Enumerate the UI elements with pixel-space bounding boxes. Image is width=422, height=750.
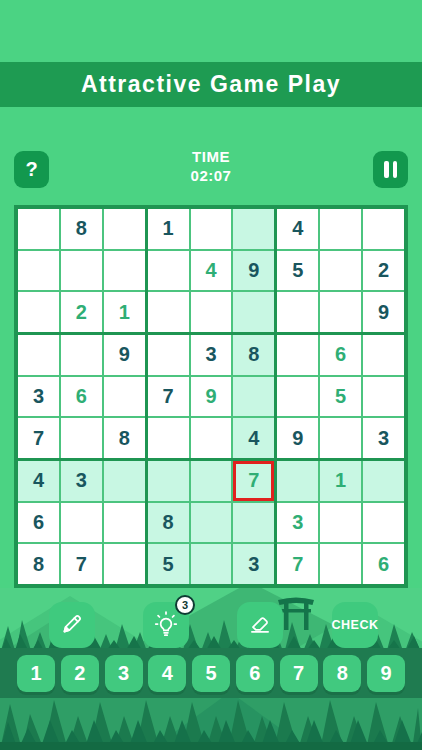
cell-r8c7[interactable]: 3	[277, 503, 318, 543]
cell-r7c8[interactable]: 1	[320, 461, 361, 501]
cell-r3c4[interactable]	[148, 292, 189, 332]
pause-icon	[384, 161, 397, 178]
cell-r5c9[interactable]	[363, 377, 404, 417]
cell-r5c4[interactable]: 7	[148, 377, 189, 417]
cell-r9c9[interactable]: 6	[363, 544, 404, 584]
timer: TIME 02:07	[0, 148, 422, 186]
hint-count-badge: 3	[175, 595, 195, 615]
box-7: 43687	[18, 461, 145, 584]
cell-r5c5[interactable]: 9	[191, 377, 232, 417]
cell-r3c2[interactable]: 2	[61, 292, 102, 332]
numpad-key-7[interactable]: 7	[280, 655, 318, 692]
cell-r3c8[interactable]	[320, 292, 361, 332]
cell-r7c6[interactable]: 7	[233, 461, 274, 501]
cell-r4c4[interactable]	[148, 335, 189, 375]
box-1: 821	[18, 209, 145, 332]
cell-r6c3[interactable]: 8	[104, 418, 145, 458]
eraser-button[interactable]	[237, 602, 283, 648]
cell-r1c8[interactable]	[320, 209, 361, 249]
app-screen: Attractive Game Play ? TIME 02:07 821149…	[0, 0, 422, 750]
time-value: 02:07	[0, 167, 422, 186]
box-2: 149	[148, 209, 275, 332]
cell-r7c4[interactable]	[148, 461, 189, 501]
cell-r5c2[interactable]: 6	[61, 377, 102, 417]
cell-r2c6[interactable]: 9	[233, 251, 274, 291]
cell-r3c5[interactable]	[191, 292, 232, 332]
promo-banner: Attractive Game Play	[0, 62, 422, 107]
cell-r7c1[interactable]: 4	[18, 461, 59, 501]
pencil-icon	[59, 611, 85, 640]
time-label: TIME	[0, 148, 422, 167]
cell-r8c3[interactable]	[104, 503, 145, 543]
box-6: 6593	[277, 335, 404, 458]
cell-r3c3[interactable]: 1	[104, 292, 145, 332]
numpad: 123456789	[17, 655, 405, 692]
cell-r1c1[interactable]	[18, 209, 59, 249]
numpad-key-9[interactable]: 9	[367, 655, 405, 692]
cell-r6c1[interactable]: 7	[18, 418, 59, 458]
cell-r1c4[interactable]: 1	[148, 209, 189, 249]
box-5: 38794	[148, 335, 275, 458]
box-4: 93678	[18, 335, 145, 458]
cell-r5c1[interactable]: 3	[18, 377, 59, 417]
cell-r6c6[interactable]: 4	[233, 418, 274, 458]
cell-r4c2[interactable]	[61, 335, 102, 375]
cell-r5c3[interactable]	[104, 377, 145, 417]
cell-r2c1[interactable]	[18, 251, 59, 291]
cell-r1c6[interactable]	[233, 209, 274, 249]
hint-button[interactable]: 3	[143, 602, 189, 648]
cell-r6c8[interactable]	[320, 418, 361, 458]
cell-r5c8[interactable]: 5	[320, 377, 361, 417]
cell-r6c7[interactable]: 9	[277, 418, 318, 458]
cell-r2c9[interactable]: 2	[363, 251, 404, 291]
cell-r4c1[interactable]	[18, 335, 59, 375]
cell-r3c7[interactable]	[277, 292, 318, 332]
cell-r4c9[interactable]	[363, 335, 404, 375]
cell-r2c7[interactable]: 5	[277, 251, 318, 291]
cell-r1c3[interactable]	[104, 209, 145, 249]
cell-r7c3[interactable]	[104, 461, 145, 501]
cell-r2c5[interactable]: 4	[191, 251, 232, 291]
cell-r2c3[interactable]	[104, 251, 145, 291]
cell-r8c1[interactable]: 6	[18, 503, 59, 543]
box-3: 4529	[277, 209, 404, 332]
cell-r4c5[interactable]: 3	[191, 335, 232, 375]
cell-r5c6[interactable]	[233, 377, 274, 417]
box-8: 7853	[148, 461, 275, 584]
cell-r6c9[interactable]: 3	[363, 418, 404, 458]
cell-r2c4[interactable]	[148, 251, 189, 291]
cell-r6c4[interactable]	[148, 418, 189, 458]
cell-r4c8[interactable]: 6	[320, 335, 361, 375]
numpad-key-5[interactable]: 5	[192, 655, 230, 692]
cell-r9c8[interactable]	[320, 544, 361, 584]
cell-r1c2[interactable]: 8	[61, 209, 102, 249]
toolbar: 3 CHECK	[0, 602, 422, 648]
cell-r8c4[interactable]: 8	[148, 503, 189, 543]
eraser-icon	[247, 611, 273, 640]
cell-r8c2[interactable]	[61, 503, 102, 543]
cell-r8c8[interactable]	[320, 503, 361, 543]
cell-r1c9[interactable]	[363, 209, 404, 249]
cell-r9c5[interactable]	[191, 544, 232, 584]
check-button[interactable]: CHECK	[332, 602, 378, 648]
cell-r3c6[interactable]	[233, 292, 274, 332]
numpad-key-8[interactable]: 8	[323, 655, 361, 692]
cell-r3c9[interactable]: 9	[363, 292, 404, 332]
cell-r8c6[interactable]	[233, 503, 274, 543]
numpad-key-4[interactable]: 4	[148, 655, 186, 692]
cell-r2c2[interactable]	[61, 251, 102, 291]
numpad-key-3[interactable]: 3	[105, 655, 143, 692]
cell-r1c5[interactable]	[191, 209, 232, 249]
cell-r2c8[interactable]	[320, 251, 361, 291]
cell-r3c1[interactable]	[18, 292, 59, 332]
cell-r6c5[interactable]	[191, 418, 232, 458]
cell-r7c9[interactable]	[363, 461, 404, 501]
cell-r9c6[interactable]: 3	[233, 544, 274, 584]
numpad-band: 123456789	[0, 648, 422, 698]
banner-title: Attractive Game Play	[81, 71, 341, 98]
cell-r9c4[interactable]: 5	[148, 544, 189, 584]
cell-r9c7[interactable]: 7	[277, 544, 318, 584]
numpad-key-2[interactable]: 2	[61, 655, 99, 692]
pencil-button[interactable]	[49, 602, 95, 648]
cell-r7c5[interactable]	[191, 461, 232, 501]
cell-r9c1[interactable]: 8	[18, 544, 59, 584]
cell-r4c7[interactable]	[277, 335, 318, 375]
cell-r7c2[interactable]: 3	[61, 461, 102, 501]
numpad-key-6[interactable]: 6	[236, 655, 274, 692]
cell-r7c7[interactable]	[277, 461, 318, 501]
cell-r8c5[interactable]	[191, 503, 232, 543]
cell-r4c6[interactable]: 8	[233, 335, 274, 375]
cell-r6c2[interactable]	[61, 418, 102, 458]
cell-r9c3[interactable]	[104, 544, 145, 584]
lightbulb-icon	[152, 610, 180, 641]
numpad-key-1[interactable]: 1	[17, 655, 55, 692]
cell-r4c3[interactable]: 9	[104, 335, 145, 375]
hud: ? TIME 02:07	[0, 148, 422, 192]
cell-r8c9[interactable]	[363, 503, 404, 543]
cell-r1c7[interactable]: 4	[277, 209, 318, 249]
cell-r9c2[interactable]: 7	[61, 544, 102, 584]
sudoku-board: 8211494529936783879465934368778531376	[14, 205, 408, 588]
pause-button[interactable]	[373, 151, 408, 188]
cell-r5c7[interactable]	[277, 377, 318, 417]
box-9: 1376	[277, 461, 404, 584]
